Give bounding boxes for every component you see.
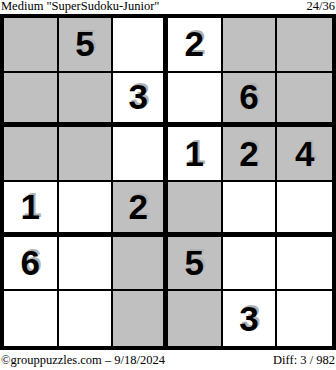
difficulty-label: Diff: 3 / 982 [273,353,335,368]
cell-r3c4[interactable]: 1 [168,127,223,182]
cell-r2c2[interactable] [59,73,114,128]
cell-r5c1[interactable]: 6 [4,237,59,292]
sudoku-board: 523612412653 [0,14,336,350]
cell-r1c1[interactable] [4,18,59,73]
cell-r5c4[interactable]: 5 [168,237,223,292]
cell-r2c6[interactable] [277,73,332,128]
cell-r2c4[interactable] [168,73,223,128]
cell-r2c1[interactable] [4,73,59,128]
top-bar: Medium "SuperSudoku-Junior" 24/36 [0,0,336,14]
remaining-counter: 24/36 [307,0,335,13]
cell-r4c5[interactable] [223,182,278,237]
cell-r6c3[interactable] [113,291,168,346]
cell-r1c4[interactable]: 2 [168,18,223,73]
cell-r5c5[interactable] [223,237,278,292]
cell-r6c6[interactable] [277,291,332,346]
cell-r1c6[interactable] [277,18,332,73]
cell-r6c2[interactable] [59,291,114,346]
cell-r4c1[interactable]: 1 [4,182,59,237]
cell-r4c6[interactable] [277,182,332,237]
bottom-bar: ©grouppuzzles.com – 9/18/2024 Diff: 3 / … [0,352,336,370]
cell-r3c3[interactable] [113,127,168,182]
cell-r5c3[interactable] [113,237,168,292]
puzzle-title: Medium "SuperSudoku-Junior" [1,0,159,13]
cell-r3c2[interactable] [59,127,114,182]
cell-r6c1[interactable] [4,291,59,346]
cell-r2c5[interactable]: 6 [223,73,278,128]
cell-r1c3[interactable] [113,18,168,73]
cell-r1c5[interactable] [223,18,278,73]
cell-r1c2[interactable]: 5 [59,18,114,73]
cell-r2c3[interactable]: 3 [113,73,168,128]
cell-r6c4[interactable] [168,291,223,346]
cell-r5c6[interactable] [277,237,332,292]
copyright-credit: ©grouppuzzles.com – 9/18/2024 [1,353,165,368]
cell-r6c5[interactable]: 3 [223,291,278,346]
cell-r4c3[interactable]: 2 [113,182,168,237]
cell-r5c2[interactable] [59,237,114,292]
cell-r3c1[interactable] [4,127,59,182]
cell-r3c6[interactable]: 4 [277,127,332,182]
cell-r4c2[interactable] [59,182,114,237]
cell-r4c4[interactable] [168,182,223,237]
cell-r3c5[interactable]: 2 [223,127,278,182]
